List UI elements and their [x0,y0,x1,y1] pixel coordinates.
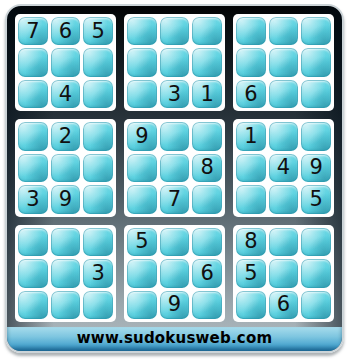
cell-r4c7[interactable]: 1 [236,122,266,150]
box-r3c1: 3 [15,225,116,322]
cell-r7c1[interactable] [18,228,48,256]
cell-r8c1[interactable] [18,259,48,287]
cell-r6c1[interactable]: 3 [18,185,48,213]
cell-r7c7[interactable]: 8 [236,228,266,256]
cell-r1c1[interactable]: 7 [18,17,48,45]
cell-r7c3[interactable] [83,228,113,256]
box-r3c2: 569 [124,225,225,322]
box-r2c1: 239 [15,119,116,216]
cell-r8c5[interactable] [160,259,190,287]
cell-r5c7[interactable] [236,154,266,182]
cell-r2c6[interactable] [192,48,222,76]
cell-r3c3[interactable] [83,80,113,108]
cell-r6c6[interactable] [192,185,222,213]
cell-r6c2[interactable]: 9 [51,185,81,213]
cell-r8c2[interactable] [51,259,81,287]
cell-r3c9[interactable] [301,80,331,108]
cell-r4c8[interactable] [269,122,299,150]
site-url-label: www.sudokusweb.com [77,329,272,347]
cell-r7c5[interactable] [160,228,190,256]
cell-r5c6[interactable]: 8 [192,154,222,182]
cell-r6c3[interactable] [83,185,113,213]
cell-r7c9[interactable] [301,228,331,256]
cell-r7c2[interactable] [51,228,81,256]
cell-r6c5[interactable]: 7 [160,185,190,213]
cell-r9c7[interactable] [236,291,266,319]
cell-r8c4[interactable] [127,259,157,287]
cell-r5c1[interactable] [18,154,48,182]
cell-r6c4[interactable] [127,185,157,213]
cell-r4c3[interactable] [83,122,113,150]
cell-r2c7[interactable] [236,48,266,76]
cell-r2c4[interactable] [127,48,157,76]
cell-r5c4[interactable] [127,154,157,182]
cell-r9c8[interactable]: 6 [269,291,299,319]
cell-r4c6[interactable] [192,122,222,150]
box-r1c3: 6 [233,14,334,111]
cell-r1c4[interactable] [127,17,157,45]
cell-r2c8[interactable] [269,48,299,76]
cell-r1c3[interactable]: 5 [83,17,113,45]
cell-r9c5[interactable]: 9 [160,291,190,319]
cell-r1c8[interactable] [269,17,299,45]
cell-r3c8[interactable] [269,80,299,108]
cell-r9c9[interactable] [301,291,331,319]
cell-r2c3[interactable] [83,48,113,76]
cell-r3c1[interactable] [18,80,48,108]
cell-r2c9[interactable] [301,48,331,76]
cell-r4c5[interactable] [160,122,190,150]
box-r1c2: 31 [124,14,225,111]
cell-r9c3[interactable] [83,291,113,319]
cell-r7c6[interactable] [192,228,222,256]
cell-r8c3[interactable]: 3 [83,259,113,287]
cell-r5c8[interactable]: 4 [269,154,299,182]
cell-r9c4[interactable] [127,291,157,319]
cell-r9c1[interactable] [18,291,48,319]
cell-r3c5[interactable]: 3 [160,80,190,108]
cell-r1c6[interactable] [192,17,222,45]
cell-r8c7[interactable]: 5 [236,259,266,287]
cell-r1c2[interactable]: 6 [51,17,81,45]
cell-r8c8[interactable] [269,259,299,287]
cell-r7c8[interactable] [269,228,299,256]
cell-r5c5[interactable] [160,154,190,182]
cell-r4c2[interactable]: 2 [51,122,81,150]
cell-r3c4[interactable] [127,80,157,108]
box-r2c3: 1495 [233,119,334,216]
cell-r3c2[interactable]: 4 [51,80,81,108]
cell-r9c6[interactable] [192,291,222,319]
cell-r6c9[interactable]: 5 [301,185,331,213]
cell-r8c6[interactable]: 6 [192,259,222,287]
cell-r2c1[interactable] [18,48,48,76]
cell-r8c9[interactable] [301,259,331,287]
cell-r2c5[interactable] [160,48,190,76]
cell-r9c2[interactable] [51,291,81,319]
box-r1c1: 7654 [15,14,116,111]
cell-r4c9[interactable] [301,122,331,150]
cell-r6c8[interactable] [269,185,299,213]
sudoku-grid: 765431623998714953569856 [7,6,342,327]
cell-r5c9[interactable]: 9 [301,154,331,182]
sudoku-board: 765431623998714953569856 www.sudokusweb.… [5,4,344,353]
cell-r2c2[interactable] [51,48,81,76]
cell-r6c7[interactable] [236,185,266,213]
cell-r1c9[interactable] [301,17,331,45]
box-r2c2: 987 [124,119,225,216]
cell-r5c3[interactable] [83,154,113,182]
cell-r5c2[interactable] [51,154,81,182]
cell-r4c4[interactable]: 9 [127,122,157,150]
cell-r3c6[interactable]: 1 [192,80,222,108]
cell-r1c7[interactable] [236,17,266,45]
box-r3c3: 856 [233,225,334,322]
cell-r1c5[interactable] [160,17,190,45]
cell-r4c1[interactable] [18,122,48,150]
cell-r7c4[interactable]: 5 [127,228,157,256]
cell-r3c7[interactable]: 6 [236,80,266,108]
footer-band: www.sudokusweb.com [7,327,342,351]
